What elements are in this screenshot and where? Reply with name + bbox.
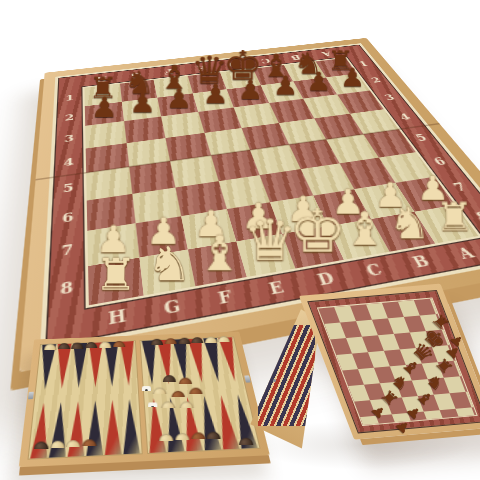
point-dark: [121, 397, 140, 455]
folded-board-chess-panel: ♟♜♞♝♛♚♜♟♟♝♞♜♟♟: [299, 284, 480, 440]
point-dark: [71, 343, 88, 391]
point-dark: [86, 398, 103, 456]
piece-dark-pawn: ♟: [91, 94, 119, 122]
backgammon-edge-stripes: [258, 325, 315, 425]
piece-light-bishop: ♝: [342, 207, 387, 253]
square-h5: [86, 167, 131, 200]
piece-dark-pawn: ♟: [306, 69, 332, 95]
point-red: [104, 397, 122, 455]
piece-light-knight: ♞: [146, 240, 192, 287]
square-g4: [126, 138, 170, 167]
piece-light-bishop: ♝: [197, 230, 244, 278]
point-dark: [141, 340, 160, 387]
piece-light-rook: ♜: [95, 253, 138, 297]
point-red: [67, 399, 86, 457]
piece-light-queen: ♛: [242, 213, 297, 270]
latch-icon: [28, 392, 34, 400]
point-red: [218, 337, 243, 384]
point-red: [87, 342, 103, 389]
piece-dark-pawn: ♟: [339, 65, 365, 90]
piece-light-knight: ♞: [388, 201, 431, 245]
square-f2: ♟: [157, 93, 198, 116]
piece-dark-pawn: ♟: [129, 90, 156, 117]
piece-dark-pawn: ♟: [272, 73, 298, 99]
hinge-pin-icon: [269, 361, 272, 364]
point-dark: [49, 400, 70, 458]
folded-pieces-layer: ♟♜♞♝♛♚♜♟♟♝♞♜♟♟: [307, 290, 480, 433]
point-red: [213, 393, 240, 450]
piece-dark-pawn: ♟: [238, 77, 264, 103]
point-red: [54, 344, 72, 392]
folded-board: ♟♜♞♝♛♚♜♟♟♝♞♜♟♟: [243, 293, 480, 475]
piece-dark-pawn: ♟: [166, 86, 193, 113]
backgammon-board-3d: [19, 332, 270, 468]
point-dark: [37, 344, 57, 392]
point-red: [30, 400, 52, 458]
square-d3: [234, 103, 279, 128]
piece-light-rook: ♜: [435, 198, 474, 237]
points-row-bottom-left: [30, 397, 141, 459]
point-red: [120, 341, 137, 388]
backgammon-case: [19, 332, 270, 468]
piece-dark-pawn: ♟: [202, 81, 228, 108]
product-photo-scene: ♜♞♝♛♚♝♞♜♟♟♟♟♟♟♟♟♟♟♟♟♟♟♟♟♜♞♝♛♚♝♞♜ 11HH22G…: [0, 0, 480, 480]
point-dark: [196, 393, 222, 450]
points-row-top-right: [141, 337, 243, 387]
point-dark: [104, 342, 120, 389]
